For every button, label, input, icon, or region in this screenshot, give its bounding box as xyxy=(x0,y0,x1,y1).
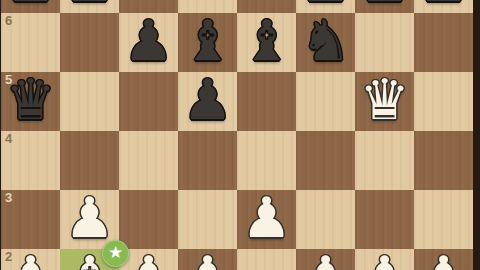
white-pawn-f2[interactable]: ♟ xyxy=(296,249,355,270)
white-pawn-a2[interactable]: ♟ xyxy=(1,249,60,270)
square-d6[interactable]: ♝ xyxy=(178,13,237,72)
star-icon: ★ xyxy=(108,244,123,261)
square-f4[interactable] xyxy=(296,131,355,190)
square-e2[interactable] xyxy=(237,249,296,270)
square-g4[interactable] xyxy=(355,131,414,190)
square-e3[interactable]: ♟ xyxy=(237,190,296,249)
white-queen-g5[interactable]: ♛ xyxy=(355,72,414,131)
square-d3[interactable] xyxy=(178,190,237,249)
square-g5[interactable]: ♛ xyxy=(355,72,414,131)
black-pawn-g7[interactable]: ♟ xyxy=(355,0,414,13)
square-g6[interactable] xyxy=(355,13,414,72)
square-e6[interactable]: ♝ xyxy=(237,13,296,72)
black-pawn-c6[interactable]: ♟ xyxy=(119,13,178,72)
square-h2[interactable]: ♟ xyxy=(414,249,473,270)
square-c4[interactable] xyxy=(119,131,178,190)
square-a7[interactable]: ♟ xyxy=(1,0,60,13)
square-f5[interactable] xyxy=(296,72,355,131)
square-h6[interactable] xyxy=(414,13,473,72)
black-pawn-d5[interactable]: ♟ xyxy=(178,72,237,131)
best-move-badge: ★ xyxy=(102,240,129,267)
black-pawn-b7[interactable]: ♟ xyxy=(60,0,119,13)
square-g7[interactable]: ♟ xyxy=(355,0,414,13)
square-d5[interactable]: ♟ xyxy=(178,72,237,131)
square-a5[interactable]: 5♛ xyxy=(1,72,60,131)
black-queen-a5[interactable]: ♛ xyxy=(1,72,60,131)
square-g2[interactable]: ♟ xyxy=(355,249,414,270)
square-c3[interactable] xyxy=(119,190,178,249)
white-pawn-e3[interactable]: ♟ xyxy=(237,190,296,249)
square-b4[interactable] xyxy=(60,131,119,190)
square-a4[interactable]: 4 xyxy=(1,131,60,190)
black-pawn-a7[interactable]: ♟ xyxy=(1,0,60,13)
square-f6[interactable]: ♞ xyxy=(296,13,355,72)
square-b6[interactable] xyxy=(60,13,119,72)
square-h5[interactable] xyxy=(414,72,473,131)
square-f3[interactable] xyxy=(296,190,355,249)
square-f2[interactable]: ♟ xyxy=(296,249,355,270)
square-d4[interactable] xyxy=(178,131,237,190)
square-a3[interactable]: 3 xyxy=(1,190,60,249)
rank-label-3: 3 xyxy=(5,191,12,205)
square-h7[interactable]: ♟ xyxy=(414,0,473,13)
black-bishop-d6[interactable]: ♝ xyxy=(178,13,237,72)
white-pawn-g2[interactable]: ♟ xyxy=(355,249,414,270)
chessboard: ♟♟♟♟♟6♟♝♝♞5♛♟♛43♟♟2♟♝♟♟♟♟♟ ★ xyxy=(0,0,480,270)
square-b7[interactable]: ♟ xyxy=(60,0,119,13)
white-pawn-d2[interactable]: ♟ xyxy=(178,249,237,270)
black-knight-f6[interactable]: ♞ xyxy=(296,13,355,72)
square-a6[interactable]: 6 xyxy=(1,13,60,72)
square-h3[interactable] xyxy=(414,190,473,249)
square-e4[interactable] xyxy=(237,131,296,190)
black-pawn-h7[interactable]: ♟ xyxy=(414,0,473,13)
board-grid: ♟♟♟♟♟6♟♝♝♞5♛♟♛43♟♟2♟♝♟♟♟♟♟ xyxy=(1,0,473,270)
square-c6[interactable]: ♟ xyxy=(119,13,178,72)
square-g3[interactable] xyxy=(355,190,414,249)
square-e5[interactable] xyxy=(237,72,296,131)
square-c5[interactable] xyxy=(119,72,178,131)
square-h4[interactable] xyxy=(414,131,473,190)
square-a2[interactable]: 2♟ xyxy=(1,249,60,270)
square-d2[interactable]: ♟ xyxy=(178,249,237,270)
rank-label-6: 6 xyxy=(5,14,12,28)
rank-label-4: 4 xyxy=(5,132,12,146)
white-pawn-h2[interactable]: ♟ xyxy=(414,249,473,270)
black-bishop-e6[interactable]: ♝ xyxy=(237,13,296,72)
square-b5[interactable] xyxy=(60,72,119,131)
